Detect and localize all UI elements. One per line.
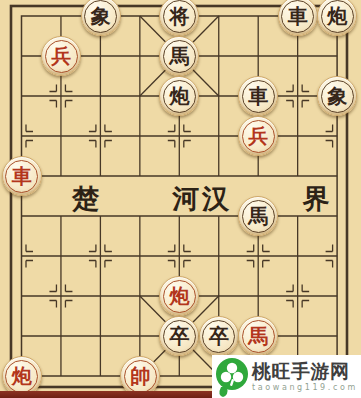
piece-label: 炮 [327, 6, 347, 26]
piece-black-soldier[interactable]: 卒 [199, 316, 239, 356]
piece-red-cannon[interactable]: 炮 [159, 276, 199, 316]
watermark-text: 桃旺手游网 taowang119.com [252, 362, 358, 392]
piece-black-horse[interactable]: 馬 [238, 196, 278, 236]
watermark-site-name: 桃旺手游网 [252, 362, 358, 381]
piece-red-soldier[interactable]: 兵 [238, 116, 278, 156]
piece-label: 象 [327, 86, 347, 106]
piece-black-elephant[interactable]: 象 [317, 76, 357, 116]
watermark: 桃旺手游网 taowang119.com [212, 355, 361, 398]
xiangqi-board: 楚 河 汉 界 象将車炮兵馬炮車象兵車馬炮卒卒馬炮帥 桃旺手游网 taowang… [0, 0, 361, 398]
piece-label: 帥 [130, 366, 150, 386]
piece-label: 卒 [169, 326, 189, 346]
piece-black-soldier[interactable]: 卒 [159, 316, 199, 356]
piece-label: 卒 [209, 326, 229, 346]
piece-black-cannon[interactable]: 炮 [317, 0, 357, 36]
clover-icon [215, 357, 249, 397]
piece-label: 炮 [169, 86, 189, 106]
piece-black-cannon[interactable]: 炮 [159, 76, 199, 116]
piece-red-chariot[interactable]: 車 [2, 156, 42, 196]
piece-black-general[interactable]: 将 [159, 0, 199, 36]
piece-red-horse[interactable]: 馬 [238, 316, 278, 356]
piece-label: 車 [248, 86, 268, 106]
piece-black-chariot[interactable]: 車 [238, 76, 278, 116]
watermark-site-url: taowang119.com [252, 384, 358, 392]
piece-label: 炮 [169, 286, 189, 306]
piece-label: 車 [12, 166, 32, 186]
piece-label: 炮 [12, 366, 32, 386]
piece-label: 兵 [51, 46, 71, 66]
piece-label: 将 [169, 6, 189, 26]
piece-black-elephant[interactable]: 象 [81, 0, 121, 36]
piece-label: 車 [288, 6, 308, 26]
piece-label: 兵 [248, 126, 268, 146]
piece-red-general[interactable]: 帥 [120, 356, 160, 396]
piece-label: 馬 [248, 206, 268, 226]
piece-label: 象 [91, 6, 111, 26]
piece-black-chariot[interactable]: 車 [278, 0, 318, 36]
piece-label: 馬 [248, 326, 268, 346]
piece-layer: 象将車炮兵馬炮車象兵車馬炮卒卒馬炮帥 [2, 0, 357, 396]
piece-black-horse[interactable]: 馬 [159, 36, 199, 76]
piece-label: 馬 [169, 46, 189, 66]
piece-red-soldier[interactable]: 兵 [41, 36, 81, 76]
piece-red-cannon[interactable]: 炮 [2, 356, 42, 396]
